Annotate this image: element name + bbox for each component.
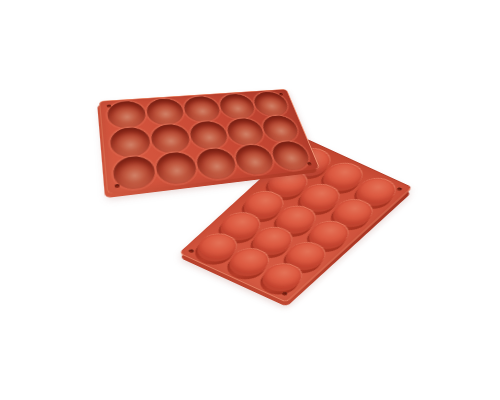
corner-hole <box>188 249 195 253</box>
cavity-r2c3 <box>188 120 231 150</box>
cavity-r1c2 <box>145 98 186 126</box>
cavity-r2c1 <box>109 126 152 158</box>
cavity-r3c5 <box>269 140 313 172</box>
cavity-r1c3 <box>182 95 223 123</box>
cavity-r3c4 <box>232 143 277 176</box>
cavity-r1c1 <box>106 100 147 129</box>
corner-hole <box>281 292 288 296</box>
cavity-r3c3 <box>194 147 239 181</box>
cavity-r2c4 <box>224 117 266 147</box>
cavity-r2c2 <box>149 123 192 154</box>
corner-hole <box>279 93 283 96</box>
corner-hole <box>115 184 120 188</box>
cavity-r2c5 <box>259 115 301 144</box>
cavity-r1c4 <box>217 93 257 120</box>
cavity-r3c2 <box>154 151 199 186</box>
corner-hole <box>307 162 312 166</box>
cavity-r1c5 <box>251 91 291 117</box>
product-photo <box>0 0 500 400</box>
